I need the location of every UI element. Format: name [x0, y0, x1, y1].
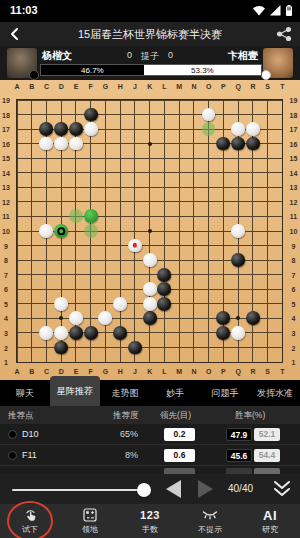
black-move-bullet-icon — [8, 430, 17, 439]
coord-label: 11 — [290, 213, 297, 220]
coord-label: R — [250, 368, 255, 375]
captures-counter: 0 提子 0 — [90, 50, 210, 63]
stone-black-R16 — [246, 137, 260, 151]
coord-label: K — [147, 83, 152, 90]
coord-label: 18 — [290, 111, 298, 118]
top-choice-ring — [57, 227, 65, 235]
coord-label: 4 — [4, 315, 8, 322]
coord-label: S — [265, 83, 270, 90]
coord-label: 9 — [292, 242, 296, 249]
ai-icon: AI — [263, 508, 277, 523]
coord-label: B — [29, 83, 34, 90]
coord-label: 16 — [290, 140, 298, 147]
move-counter: 40/40 — [228, 483, 253, 494]
rec-win-white: 52.1 — [254, 428, 280, 441]
coord-label: 2 — [4, 344, 8, 351]
coord-label: 6 — [292, 286, 296, 293]
coord-label: D — [59, 368, 64, 375]
coord-label: S — [265, 368, 270, 375]
table-row[interactable]: F11 8% 0.6 45.6 54.4 — [0, 445, 300, 466]
move-numbers-label: 手数 — [142, 524, 158, 535]
no-hints-button[interactable]: 不提示 — [180, 504, 240, 538]
clock: 11:03 — [10, 4, 38, 16]
coord-label: 16 — [2, 140, 10, 147]
tab-brilliant-moves[interactable]: 妙手 — [150, 380, 200, 406]
coord-label: H — [118, 368, 123, 375]
territory-icon — [83, 508, 97, 523]
stone-black-L6 — [158, 282, 172, 296]
coord-label: 8 — [4, 257, 8, 264]
ai-hint-O17[interactable] — [202, 122, 216, 136]
coord-label: 13 — [290, 184, 298, 191]
tap-hand-icon — [23, 508, 38, 523]
coord-label: O — [206, 368, 211, 375]
coord-label: L — [162, 368, 166, 375]
coord-label: P — [221, 368, 226, 375]
coord-label: 17 — [2, 126, 10, 133]
coord-label: N — [191, 368, 196, 375]
rec-point: F11 — [22, 450, 37, 460]
go-app-screen: 11:03 15届春兰杯世界锦标赛半决赛 杨楷文 卞相壹 0 提子 0 46.7… — [0, 0, 300, 538]
coord-label: M — [176, 83, 182, 90]
status-icons — [253, 5, 292, 16]
stone-white-O18 — [202, 108, 216, 122]
coord-label: R — [250, 83, 255, 90]
stone-white-C10 — [40, 224, 54, 238]
black-winrate-segment: 46.7% — [41, 65, 144, 75]
territory-label: 领地 — [82, 524, 98, 535]
stone-white-C16 — [40, 137, 54, 151]
coord-label: 7 — [4, 271, 8, 278]
player-bar: 杨楷文 卞相壹 0 提子 0 46.7% 53.3% — [0, 46, 300, 80]
stone-white-K5 — [143, 297, 157, 311]
coord-label: Q — [235, 83, 240, 90]
title-bar: 15届春兰杯世界锦标赛半决赛 — [0, 22, 300, 46]
ai-hint-F10[interactable] — [84, 224, 98, 238]
stone-white-K6 — [143, 282, 157, 296]
coord-label: J — [133, 83, 137, 90]
coord-label: O — [206, 83, 211, 90]
coord-label: 18 — [2, 111, 10, 118]
stone-white-J9 — [128, 239, 142, 253]
previous-move-button[interactable] — [166, 480, 181, 498]
stone-white-Q10 — [231, 224, 245, 238]
coord-label: 3 — [292, 329, 296, 336]
tab-bar: 聊天星阵推荐走势图妙手问题手发挥水准 — [0, 380, 300, 406]
coord-label: T — [280, 83, 284, 90]
coord-label: 12 — [2, 198, 10, 205]
stone-black-R4 — [246, 311, 260, 325]
tab-trend-graph[interactable]: 走势图 — [100, 380, 150, 406]
coord-label: Q — [235, 368, 240, 375]
rec-degree: 65% — [110, 429, 138, 439]
coord-label: 1 — [4, 359, 8, 366]
coord-label: B — [29, 368, 34, 375]
header-point: 推荐点 — [8, 410, 34, 422]
coord-label: C — [44, 368, 49, 375]
last-move-marker — [133, 243, 138, 248]
go-board[interactable]: AA1919BB1818CC1717DD1616EE1515FF1414GG13… — [0, 80, 300, 380]
header-degree: 推荐度 — [113, 410, 139, 422]
coord-label: 12 — [290, 198, 298, 205]
star-point — [59, 316, 63, 320]
playback-bar: 40/40 — [0, 474, 300, 504]
coord-label: 5 — [292, 300, 296, 307]
black-stone-badge — [29, 70, 39, 80]
winrate-bar: 46.7% 53.3% — [40, 64, 262, 76]
stone-black-P4 — [217, 311, 231, 325]
rec-win-black: 45.6 — [226, 449, 252, 462]
stone-black-P3 — [217, 326, 231, 340]
stone-black-F18 — [84, 108, 98, 122]
stone-black-Q8 — [231, 253, 245, 267]
stone-black-E3 — [69, 326, 83, 340]
coord-label: J — [133, 368, 137, 375]
recommendation-table: 推荐点 推荐度 领先(目) 胜率(%) D10 65% 0.2 47.9 52.… — [0, 406, 300, 474]
stone-white-E4 — [69, 311, 83, 325]
table-header: 推荐点 推荐度 领先(目) 胜率(%) — [0, 406, 300, 424]
rec-lead: 0.2 — [164, 428, 195, 441]
coord-label: A — [14, 83, 19, 90]
tab-problem-moves[interactable]: 问题手 — [200, 380, 250, 406]
coord-label: 4 — [292, 315, 296, 322]
captures-label: 提子 — [141, 50, 159, 63]
coord-label: 5 — [4, 300, 8, 307]
bottom-toolbar: 试下 领地 123 手数 不提示 AI 研究 — [0, 504, 300, 538]
numbers-123-icon: 123 — [140, 508, 160, 523]
coord-label: 13 — [2, 184, 10, 191]
coord-label: C — [44, 83, 49, 90]
coord-label: 6 — [4, 286, 8, 293]
stone-white-R17 — [246, 122, 260, 136]
stone-black-K4 — [143, 311, 157, 325]
stone-black-L7 — [158, 268, 172, 282]
try-move-button[interactable]: 试下 — [0, 504, 60, 538]
stone-white-K8 — [143, 253, 157, 267]
coord-label: 15 — [290, 155, 298, 162]
no-hints-label: 不提示 — [198, 524, 222, 535]
coord-label: H — [118, 83, 123, 90]
coord-label: 17 — [290, 126, 298, 133]
white-stone-badge — [261, 70, 271, 80]
signal-icon — [270, 5, 281, 16]
stone-white-E16 — [69, 137, 83, 151]
star-point — [236, 316, 240, 320]
stone-black-D17 — [54, 122, 68, 136]
coord-label: 15 — [2, 155, 10, 162]
coord-label: 19 — [2, 97, 10, 104]
stone-white-G4 — [99, 311, 113, 325]
closed-eye-icon — [202, 508, 218, 523]
rec-win-black: 47.9 — [226, 428, 252, 441]
coord-label: M — [176, 368, 182, 375]
stone-black-F3 — [84, 326, 98, 340]
ai-hint-F11[interactable] — [84, 210, 98, 224]
tab-performance[interactable]: 发挥水准 — [250, 380, 300, 406]
black-captures: 0 — [127, 50, 132, 63]
stone-black-J2 — [128, 341, 142, 355]
stone-white-C3 — [40, 326, 54, 340]
black-player-avatar — [7, 48, 37, 78]
coord-label: G — [103, 368, 108, 375]
ai-hint-D10[interactable] — [54, 224, 68, 238]
header-lead: 领先(目) — [160, 410, 191, 422]
wifi-icon — [253, 5, 265, 16]
tab-chat[interactable]: 聊天 — [0, 380, 50, 406]
rec-point: D10 — [22, 429, 39, 439]
coord-label: 10 — [290, 228, 298, 235]
star-point — [148, 142, 152, 146]
share-icon[interactable] — [276, 26, 292, 42]
coord-label: 10 — [2, 228, 10, 235]
coord-label: L — [162, 83, 166, 90]
coord-label: 7 — [292, 271, 296, 278]
coord-label: N — [191, 83, 196, 90]
ai-research-button[interactable]: AI 研究 — [240, 504, 300, 538]
star-point — [148, 229, 152, 233]
stone-white-Q17 — [231, 122, 245, 136]
coord-label: 11 — [2, 213, 9, 220]
stone-black-E17 — [69, 122, 83, 136]
stone-white-D3 — [54, 326, 68, 340]
header-winrate: 胜率(%) — [235, 410, 265, 422]
coord-label: D — [59, 83, 64, 90]
ai-hint-E11[interactable] — [69, 210, 83, 224]
coord-label: 3 — [4, 329, 8, 336]
stone-white-F17 — [84, 122, 98, 136]
page-title: 15届春兰杯世界锦标赛半决赛 — [30, 27, 270, 42]
collapse-panel-icon[interactable] — [272, 480, 292, 498]
coord-label: F — [89, 83, 93, 90]
try-move-label: 试下 — [22, 524, 38, 535]
white-captures: 0 — [168, 50, 173, 63]
move-slider-thumb[interactable] — [137, 483, 151, 497]
coord-label: 1 — [292, 359, 296, 366]
coord-label: G — [103, 83, 108, 90]
stone-white-D5 — [54, 297, 68, 311]
coord-label: E — [74, 368, 79, 375]
next-move-button[interactable] — [198, 480, 213, 498]
white-player-name: 卞相壹 — [228, 49, 258, 63]
stone-black-L5 — [158, 297, 172, 311]
white-player-avatar — [263, 48, 293, 78]
ai-research-label: 研究 — [262, 524, 278, 535]
table-row[interactable]: D10 65% 0.2 47.9 52.1 — [0, 424, 300, 445]
stone-white-D16 — [54, 137, 68, 151]
coord-label: 14 — [290, 169, 298, 176]
coord-label: A — [14, 368, 19, 375]
black-move-bullet-icon — [8, 451, 17, 460]
battery-icon — [286, 5, 292, 16]
back-icon[interactable] — [8, 27, 22, 41]
coord-label: 8 — [292, 257, 296, 264]
table-row-partial — [0, 466, 300, 474]
stone-black-D2 — [54, 341, 68, 355]
coord-label: F — [89, 368, 93, 375]
rec-win-white: 54.4 — [254, 449, 280, 462]
move-numbers-button[interactable]: 123 手数 — [120, 504, 180, 538]
stone-black-P16 — [217, 137, 231, 151]
black-player-name: 杨楷文 — [42, 49, 72, 63]
status-bar: 11:03 — [0, 0, 300, 22]
stone-white-H5 — [113, 297, 127, 311]
coord-label: T — [280, 368, 284, 375]
stone-white-Q3 — [231, 326, 245, 340]
territory-button[interactable]: 领地 — [60, 504, 120, 538]
white-winrate-segment: 53.3% — [144, 65, 261, 75]
rec-degree: 8% — [110, 450, 138, 460]
coord-label: P — [221, 83, 226, 90]
stone-black-C17 — [40, 122, 54, 136]
tab-ai-recommend[interactable]: 星阵推荐 — [50, 376, 100, 406]
coord-label: 14 — [2, 169, 10, 176]
stone-black-H3 — [113, 326, 127, 340]
coord-label: 9 — [4, 242, 8, 249]
coord-label: E — [74, 83, 79, 90]
coord-label: 2 — [292, 344, 296, 351]
coord-label: 19 — [290, 97, 298, 104]
coord-label: K — [147, 368, 152, 375]
rec-lead: 0.6 — [164, 449, 195, 462]
stone-black-Q16 — [231, 137, 245, 151]
move-slider-track[interactable] — [12, 489, 144, 491]
